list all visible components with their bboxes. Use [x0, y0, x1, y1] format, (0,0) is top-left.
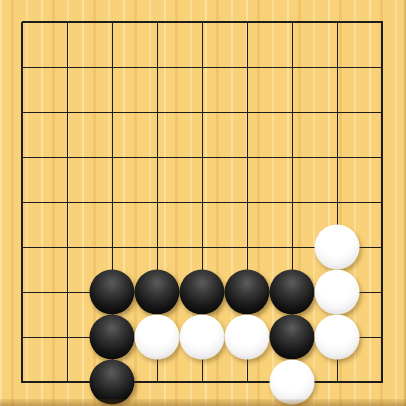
black-stone — [225, 270, 270, 315]
white-stone — [315, 225, 360, 270]
black-stone — [270, 315, 315, 360]
white-stone — [315, 270, 360, 315]
grid-line-vertical — [381, 22, 383, 383]
board-grid[interactable] — [22, 22, 383, 383]
grid-line-horizontal — [22, 381, 383, 383]
board-bottom-edge — [0, 399, 406, 406]
black-stone — [135, 270, 180, 315]
grid-line-horizontal — [22, 202, 383, 203]
black-stone — [90, 360, 135, 405]
black-stone — [90, 315, 135, 360]
black-stone — [90, 270, 135, 315]
black-stone — [180, 270, 225, 315]
black-stone — [270, 270, 315, 315]
go-board[interactable] — [0, 0, 406, 406]
white-stone — [135, 315, 180, 360]
white-stone — [315, 315, 360, 360]
white-stone — [180, 315, 225, 360]
white-stone — [270, 360, 315, 405]
white-stone — [225, 315, 270, 360]
